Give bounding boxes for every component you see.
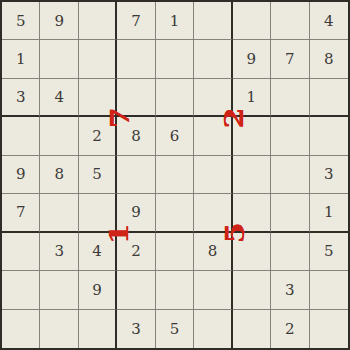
cell-r2c7[interactable]: 9 xyxy=(233,40,271,78)
cell-r8c8[interactable]: 3 xyxy=(271,271,309,309)
cell-r6c3[interactable] xyxy=(79,194,117,232)
cell-r8c3[interactable]: 9 xyxy=(79,271,117,309)
cell-r5c3[interactable]: 5 xyxy=(79,156,117,194)
cell-r6c8[interactable] xyxy=(271,194,309,232)
given-digit: 7 xyxy=(131,12,141,30)
cell-r7c2[interactable]: 3 xyxy=(40,233,78,271)
cell-r9c2[interactable] xyxy=(40,310,78,348)
cell-r4c4[interactable]: 8 xyxy=(117,117,155,155)
cell-r2c2[interactable] xyxy=(40,40,78,78)
cell-r2c6[interactable] xyxy=(194,40,232,78)
given-digit: 8 xyxy=(324,50,334,68)
cell-r9c7[interactable] xyxy=(233,310,271,348)
given-digit: 3 xyxy=(285,281,295,299)
sudoku-grid: 59714197834128698537913428593352 xyxy=(2,2,348,348)
cell-r2c5[interactable] xyxy=(156,40,194,78)
cell-r6c9[interactable]: 1 xyxy=(310,194,348,232)
given-digit: 2 xyxy=(92,127,102,145)
cell-r6c4[interactable]: 9 xyxy=(117,194,155,232)
cell-r8c9[interactable] xyxy=(310,271,348,309)
cell-r8c7[interactable] xyxy=(233,271,271,309)
cell-r3c4[interactable] xyxy=(117,79,155,117)
cell-r4c3[interactable]: 2 xyxy=(79,117,117,155)
cell-r9c4[interactable]: 3 xyxy=(117,310,155,348)
given-digit: 8 xyxy=(131,127,141,145)
cell-r5c5[interactable] xyxy=(156,156,194,194)
cell-r1c4[interactable]: 7 xyxy=(117,2,155,40)
given-digit: 1 xyxy=(247,88,257,106)
given-digit: 9 xyxy=(16,165,26,183)
cell-r7c3[interactable]: 4 xyxy=(79,233,117,271)
given-digit: 7 xyxy=(285,50,295,68)
given-digit: 5 xyxy=(170,320,180,338)
cell-r8c6[interactable] xyxy=(194,271,232,309)
cell-r9c8[interactable]: 2 xyxy=(271,310,309,348)
cell-r6c1[interactable]: 7 xyxy=(2,194,40,232)
cell-r3c7[interactable]: 1 xyxy=(233,79,271,117)
given-digit: 2 xyxy=(285,320,295,338)
given-digit: 5 xyxy=(92,165,102,183)
cell-r2c1[interactable]: 1 xyxy=(2,40,40,78)
cell-r8c1[interactable] xyxy=(2,271,40,309)
cell-r7c9[interactable]: 5 xyxy=(310,233,348,271)
cell-r1c1[interactable]: 5 xyxy=(2,2,40,40)
cell-r3c1[interactable]: 3 xyxy=(2,79,40,117)
cell-r9c1[interactable] xyxy=(2,310,40,348)
given-digit: 6 xyxy=(170,127,180,145)
cell-r1c8[interactable] xyxy=(271,2,309,40)
cell-r2c4[interactable] xyxy=(117,40,155,78)
given-digit: 9 xyxy=(92,281,102,299)
cell-r4c8[interactable] xyxy=(271,117,309,155)
cell-r5c6[interactable] xyxy=(194,156,232,194)
cell-r5c2[interactable]: 8 xyxy=(40,156,78,194)
cell-r9c5[interactable]: 5 xyxy=(156,310,194,348)
given-digit: 8 xyxy=(208,242,218,260)
cell-r1c9[interactable]: 4 xyxy=(310,2,348,40)
cell-r8c2[interactable] xyxy=(40,271,78,309)
cell-r5c8[interactable] xyxy=(271,156,309,194)
cell-r7c1[interactable] xyxy=(2,233,40,271)
cell-r2c8[interactable]: 7 xyxy=(271,40,309,78)
cell-r7c6[interactable]: 8 xyxy=(194,233,232,271)
cell-r7c5[interactable] xyxy=(156,233,194,271)
given-digit: 3 xyxy=(16,88,26,106)
cell-r6c5[interactable] xyxy=(156,194,194,232)
given-digit: 5 xyxy=(16,12,26,30)
cell-r3c2[interactable]: 4 xyxy=(40,79,78,117)
cell-r6c6[interactable] xyxy=(194,194,232,232)
given-digit: 4 xyxy=(324,12,334,30)
given-digit: 3 xyxy=(324,165,334,183)
cell-r5c7[interactable] xyxy=(233,156,271,194)
cell-r5c9[interactable]: 3 xyxy=(310,156,348,194)
cell-r9c6[interactable] xyxy=(194,310,232,348)
given-digit: 1 xyxy=(16,50,26,68)
cell-r4c2[interactable] xyxy=(40,117,78,155)
given-digit: 7 xyxy=(16,203,26,221)
cell-r1c5[interactable]: 1 xyxy=(156,2,194,40)
cell-r3c5[interactable] xyxy=(156,79,194,117)
cell-r9c3[interactable] xyxy=(79,310,117,348)
given-digit: 2 xyxy=(131,242,141,260)
cell-r5c4[interactable] xyxy=(117,156,155,194)
cell-r4c7[interactable] xyxy=(233,117,271,155)
cell-r1c6[interactable] xyxy=(194,2,232,40)
given-digit: 8 xyxy=(54,165,64,183)
cell-r7c8[interactable] xyxy=(271,233,309,271)
given-digit: 9 xyxy=(131,203,141,221)
cell-r1c2[interactable]: 9 xyxy=(40,2,78,40)
cell-r9c9[interactable] xyxy=(310,310,348,348)
cell-r1c7[interactable] xyxy=(233,2,271,40)
cell-r6c7[interactable] xyxy=(233,194,271,232)
cell-r6c2[interactable] xyxy=(40,194,78,232)
given-digit: 4 xyxy=(92,242,102,260)
cell-r7c7[interactable] xyxy=(233,233,271,271)
given-digit: 3 xyxy=(131,320,141,338)
given-digit: 1 xyxy=(170,12,180,30)
cell-r2c9[interactable]: 8 xyxy=(310,40,348,78)
cell-r5c1[interactable]: 9 xyxy=(2,156,40,194)
cell-r1c3[interactable] xyxy=(79,2,117,40)
given-digit: 9 xyxy=(247,50,257,68)
sudoku-board: 59714197834128698537913428593352 7215 xyxy=(0,0,350,350)
cell-r8c5[interactable] xyxy=(156,271,194,309)
cell-r4c1[interactable] xyxy=(2,117,40,155)
given-digit: 5 xyxy=(324,242,334,260)
cell-r3c3[interactable] xyxy=(79,79,117,117)
cell-r7c4[interactable]: 2 xyxy=(117,233,155,271)
cell-r4c5[interactable]: 6 xyxy=(156,117,194,155)
cell-r4c6[interactable] xyxy=(194,117,232,155)
cell-r3c9[interactable] xyxy=(310,79,348,117)
given-digit: 4 xyxy=(54,88,64,106)
cell-r2c3[interactable] xyxy=(79,40,117,78)
given-digit: 9 xyxy=(54,12,64,30)
given-digit: 3 xyxy=(54,242,64,260)
cell-r8c4[interactable] xyxy=(117,271,155,309)
given-digit: 1 xyxy=(324,203,334,221)
cell-r3c6[interactable] xyxy=(194,79,232,117)
cell-r3c8[interactable] xyxy=(271,79,309,117)
cell-r4c9[interactable] xyxy=(310,117,348,155)
